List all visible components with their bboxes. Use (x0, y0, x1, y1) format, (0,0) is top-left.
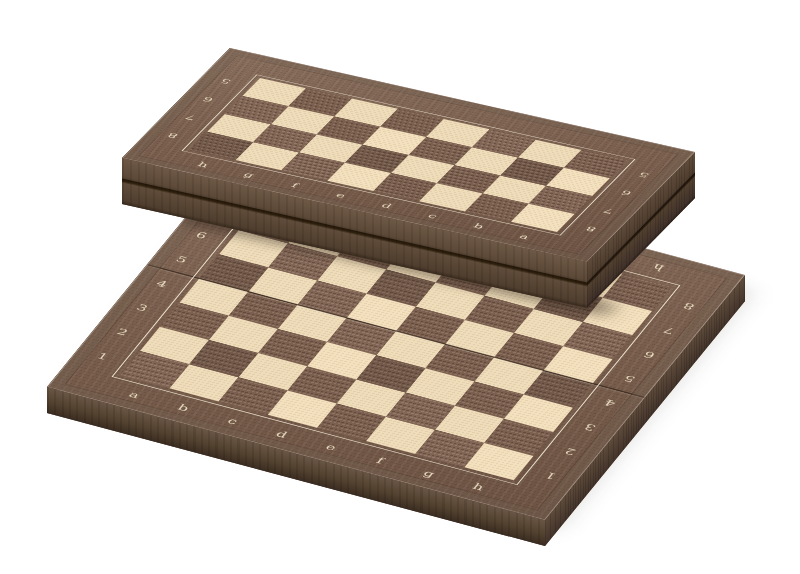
file-label: e (324, 442, 339, 452)
rank-label: 3 (135, 303, 150, 313)
rank-label: 6 (194, 230, 209, 240)
file-label: g (242, 171, 256, 178)
file-label: d (274, 429, 289, 439)
rank-label: 7 (602, 207, 616, 214)
rank-label: 2 (115, 327, 130, 337)
rank-label: 5 (174, 254, 189, 264)
product-photo-scene: abcdefghabcdefgh8765432187654321 hgfedcb… (0, 0, 800, 574)
file-label: g (422, 469, 437, 479)
file-label: e (334, 192, 347, 199)
rank-label: 5 (637, 171, 651, 178)
rank-label: 6 (201, 96, 215, 103)
rank-label: 4 (602, 398, 617, 408)
file-label: h (650, 262, 665, 272)
rank-label: 1 (95, 351, 110, 361)
rank-label: 8 (681, 301, 696, 311)
rank-label: 6 (619, 189, 633, 196)
rank-label: 7 (662, 325, 677, 335)
rank-label: 3 (583, 422, 598, 432)
rank-label: 4 (155, 278, 170, 288)
file-label: h (471, 482, 486, 492)
file-label: d (380, 202, 394, 209)
file-label: f (290, 182, 300, 188)
rank-label: 6 (642, 350, 657, 360)
file-label: b (176, 403, 191, 413)
file-label: c (226, 416, 240, 425)
rank-label: 8 (584, 225, 598, 232)
rank-label: 8 (166, 132, 180, 139)
rank-label: 1 (543, 471, 558, 481)
rank-label: 7 (184, 114, 198, 121)
file-label: c (426, 212, 439, 219)
file-label: a (127, 390, 142, 400)
rank-label: 5 (622, 374, 637, 384)
file-label: a (518, 233, 531, 240)
rank-label: 2 (563, 446, 578, 456)
rank-label: 5 (219, 78, 233, 85)
file-label: f (375, 456, 386, 465)
file-label: h (196, 161, 210, 168)
file-label: b (472, 222, 486, 229)
